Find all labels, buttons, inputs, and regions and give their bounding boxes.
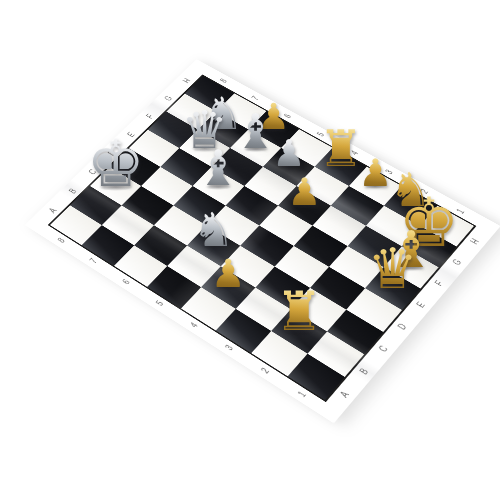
product-photo: ABCDEFGH ABCDEFGH 87654321 87654321 ♚♛♞♝…: [0, 0, 500, 500]
board-sheet: ABCDEFGH ABCDEFGH 87654321 87654321: [25, 59, 500, 423]
chessboard-grid: [50, 76, 474, 400]
